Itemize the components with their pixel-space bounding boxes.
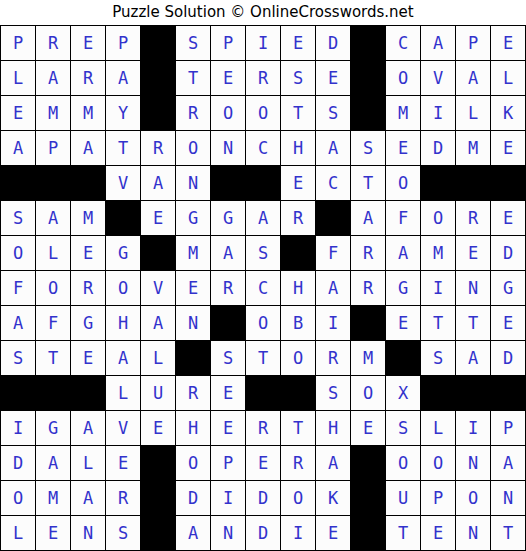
letter-cell-r13c15: A	[491, 446, 525, 480]
letter-cell-r7c12: A	[386, 236, 420, 270]
letter-cell-r9c12: E	[386, 306, 420, 340]
letter-cell-r8c10: A	[316, 271, 350, 305]
letter-cell-r4c1: A	[1, 131, 35, 165]
letter-cell-r3c12: M	[386, 96, 420, 130]
letter-cell-r7c10: F	[316, 236, 350, 270]
letter-cell-r8c2: O	[36, 271, 70, 305]
letter-cell-r13c12: O	[386, 446, 420, 480]
letter-cell-r12c14: I	[456, 411, 490, 445]
letter-cell-r7c4: G	[106, 236, 140, 270]
letter-cell-r6c8: A	[246, 201, 280, 235]
letter-cell-r11c5: U	[141, 376, 175, 410]
letter-cell-r5c9: E	[281, 166, 315, 200]
letter-cell-r9c9: B	[281, 306, 315, 340]
letter-cell-r10c1: S	[1, 341, 35, 375]
letter-cell-r9c10: I	[316, 306, 350, 340]
letter-cell-r8c12: G	[386, 271, 420, 305]
letter-cell-r3c13: I	[421, 96, 455, 130]
letter-cell-r12c9: T	[281, 411, 315, 445]
letter-cell-r14c3: A	[71, 481, 105, 515]
black-cell-r10c6	[176, 341, 210, 375]
black-cell-r6c4	[106, 201, 140, 235]
letter-cell-r12c1: I	[1, 411, 35, 445]
letter-cell-r12c6: H	[176, 411, 210, 445]
letter-cell-r8c13: I	[421, 271, 455, 305]
black-cell-r14c11	[351, 481, 385, 515]
letter-cell-r12c7: E	[211, 411, 245, 445]
black-cell-r5c1	[1, 166, 35, 200]
letter-cell-r10c10: R	[316, 341, 350, 375]
letter-cell-r13c4: E	[106, 446, 140, 480]
letter-cell-r12c2: G	[36, 411, 70, 445]
letter-cell-r5c10: C	[316, 166, 350, 200]
letter-cell-r6c14: R	[456, 201, 490, 235]
black-cell-r5c14	[456, 166, 490, 200]
letter-cell-r10c15: D	[491, 341, 525, 375]
letter-cell-r6c12: F	[386, 201, 420, 235]
letter-cell-r8c5: V	[141, 271, 175, 305]
letter-cell-r10c11: M	[351, 341, 385, 375]
black-cell-r11c14	[456, 376, 490, 410]
letter-cell-r8c11: R	[351, 271, 385, 305]
letter-cell-r14c2: M	[36, 481, 70, 515]
letter-cell-r12c8: R	[246, 411, 280, 445]
letter-cell-r11c7: E	[211, 376, 245, 410]
letter-cell-r4c4: T	[106, 131, 140, 165]
black-cell-r9c11	[351, 306, 385, 340]
letter-cell-r9c15: E	[491, 306, 525, 340]
letter-cell-r1c12: C	[386, 26, 420, 60]
letter-cell-r8c15: G	[491, 271, 525, 305]
crossword-grid: PREPSPIEDCAPELARATERSEOVALEMMYROOTSMILKA…	[0, 25, 526, 551]
letter-cell-r7c2: L	[36, 236, 70, 270]
letter-cell-r1c3: E	[71, 26, 105, 60]
letter-cell-r3c15: K	[491, 96, 525, 130]
black-cell-r1c11	[351, 26, 385, 60]
letter-cell-r6c15: E	[491, 201, 525, 235]
letter-cell-r15c10: E	[316, 516, 350, 550]
black-cell-r11c9	[281, 376, 315, 410]
letter-cell-r14c1: O	[1, 481, 35, 515]
letter-cell-r11c10: S	[316, 376, 350, 410]
black-cell-r13c5	[141, 446, 175, 480]
letter-cell-r8c7: R	[211, 271, 245, 305]
letter-cell-r5c6: N	[176, 166, 210, 200]
letter-cell-r12c15: P	[491, 411, 525, 445]
letter-cell-r2c3: R	[71, 61, 105, 95]
letter-cell-r13c3: L	[71, 446, 105, 480]
letter-cell-r9c6: N	[176, 306, 210, 340]
letter-cell-r13c9: R	[281, 446, 315, 480]
letter-cell-r4c5: R	[141, 131, 175, 165]
letter-cell-r15c4: S	[106, 516, 140, 550]
letter-cell-r14c12: U	[386, 481, 420, 515]
letter-cell-r9c13: T	[421, 306, 455, 340]
letter-cell-r3c3: M	[71, 96, 105, 130]
letter-cell-r9c3: G	[71, 306, 105, 340]
letter-cell-r9c8: O	[246, 306, 280, 340]
letter-cell-r2c10: E	[316, 61, 350, 95]
letter-cell-r15c15: T	[491, 516, 525, 550]
black-cell-r5c15	[491, 166, 525, 200]
letter-cell-r3c2: M	[36, 96, 70, 130]
letter-cell-r6c13: O	[421, 201, 455, 235]
letter-cell-r3c4: Y	[106, 96, 140, 130]
letter-cell-r6c5: E	[141, 201, 175, 235]
letter-cell-r3c8: O	[246, 96, 280, 130]
letter-cell-r8c3: R	[71, 271, 105, 305]
letter-cell-r12c13: L	[421, 411, 455, 445]
letter-cell-r11c11: O	[351, 376, 385, 410]
letter-cell-r12c5: E	[141, 411, 175, 445]
letter-cell-r12c10: H	[316, 411, 350, 445]
letter-cell-r3c6: R	[176, 96, 210, 130]
black-cell-r15c5	[141, 516, 175, 550]
letter-cell-r1c15: E	[491, 26, 525, 60]
letter-cell-r10c8: T	[246, 341, 280, 375]
letter-cell-r4c3: A	[71, 131, 105, 165]
letter-cell-r1c2: R	[36, 26, 70, 60]
letter-cell-r10c3: E	[71, 341, 105, 375]
letter-cell-r7c14: E	[456, 236, 490, 270]
letter-cell-r2c15: L	[491, 61, 525, 95]
letter-cell-r10c9: O	[281, 341, 315, 375]
letter-cell-r12c12: S	[386, 411, 420, 445]
letter-cell-r3c9: T	[281, 96, 315, 130]
letter-cell-r4c14: M	[456, 131, 490, 165]
black-cell-r11c3	[71, 376, 105, 410]
letter-cell-r6c3: M	[71, 201, 105, 235]
black-cell-r7c5	[141, 236, 175, 270]
letter-cell-r4c12: E	[386, 131, 420, 165]
letter-cell-r15c6: A	[176, 516, 210, 550]
letter-cell-r5c11: T	[351, 166, 385, 200]
black-cell-r5c3	[71, 166, 105, 200]
letter-cell-r10c13: S	[421, 341, 455, 375]
letter-cell-r6c1: S	[1, 201, 35, 235]
puzzle-page: Puzzle Solution © OnlineCrosswords.net P…	[0, 0, 526, 551]
letter-cell-r11c6: R	[176, 376, 210, 410]
black-cell-r14c5	[141, 481, 175, 515]
black-cell-r5c13	[421, 166, 455, 200]
letter-cell-r6c7: G	[211, 201, 245, 235]
letter-cell-r3c10: S	[316, 96, 350, 130]
letter-cell-r9c5: A	[141, 306, 175, 340]
letter-cell-r5c12: O	[386, 166, 420, 200]
letter-cell-r8c9: H	[281, 271, 315, 305]
letter-cell-r12c4: V	[106, 411, 140, 445]
letter-cell-r6c2: A	[36, 201, 70, 235]
letter-cell-r15c12: T	[386, 516, 420, 550]
black-cell-r15c11	[351, 516, 385, 550]
letter-cell-r4c2: P	[36, 131, 70, 165]
letter-cell-r7c15: D	[491, 236, 525, 270]
black-cell-r2c11	[351, 61, 385, 95]
letter-cell-r5c5: A	[141, 166, 175, 200]
letter-cell-r15c8: D	[246, 516, 280, 550]
black-cell-r10c12	[386, 341, 420, 375]
letter-cell-r10c5: L	[141, 341, 175, 375]
letter-cell-r2c4: A	[106, 61, 140, 95]
letter-cell-r9c4: H	[106, 306, 140, 340]
letter-cell-r11c12: X	[386, 376, 420, 410]
black-cell-r9c7	[211, 306, 245, 340]
letter-cell-r14c15: N	[491, 481, 525, 515]
letter-cell-r12c3: A	[71, 411, 105, 445]
letter-cell-r1c8: I	[246, 26, 280, 60]
letter-cell-r3c14: L	[456, 96, 490, 130]
black-cell-r2c5	[141, 61, 175, 95]
black-cell-r5c8	[246, 166, 280, 200]
letter-cell-r1c10: D	[316, 26, 350, 60]
letter-cell-r2c12: O	[386, 61, 420, 95]
letter-cell-r13c1: D	[1, 446, 35, 480]
letter-cell-r15c2: E	[36, 516, 70, 550]
letter-cell-r7c13: M	[421, 236, 455, 270]
letter-cell-r8c8: C	[246, 271, 280, 305]
letter-cell-r2c2: A	[36, 61, 70, 95]
letter-cell-r8c1: F	[1, 271, 35, 305]
letter-cell-r15c13: E	[421, 516, 455, 550]
black-cell-r13c11	[351, 446, 385, 480]
letter-cell-r4c11: S	[351, 131, 385, 165]
black-cell-r11c13	[421, 376, 455, 410]
letter-cell-r4c8: C	[246, 131, 280, 165]
letter-cell-r13c2: A	[36, 446, 70, 480]
black-cell-r11c8	[246, 376, 280, 410]
black-cell-r6c10	[316, 201, 350, 235]
letter-cell-r14c6: D	[176, 481, 210, 515]
letter-cell-r4c13: D	[421, 131, 455, 165]
letter-cell-r2c8: R	[246, 61, 280, 95]
letter-cell-r2c6: T	[176, 61, 210, 95]
letter-cell-r9c1: A	[1, 306, 35, 340]
letter-cell-r3c1: E	[1, 96, 35, 130]
letter-cell-r6c9: R	[281, 201, 315, 235]
letter-cell-r11c4: L	[106, 376, 140, 410]
letter-cell-r13c13: O	[421, 446, 455, 480]
letter-cell-r12c11: E	[351, 411, 385, 445]
letter-cell-r15c1: L	[1, 516, 35, 550]
black-cell-r11c15	[491, 376, 525, 410]
letter-cell-r10c2: T	[36, 341, 70, 375]
letter-cell-r15c3: N	[71, 516, 105, 550]
letter-cell-r2c14: A	[456, 61, 490, 95]
letter-cell-r2c1: L	[1, 61, 35, 95]
letter-cell-r14c13: P	[421, 481, 455, 515]
black-cell-r5c7	[211, 166, 245, 200]
letter-cell-r4c10: A	[316, 131, 350, 165]
letter-cell-r13c6: O	[176, 446, 210, 480]
letter-cell-r3c7: O	[211, 96, 245, 130]
letter-cell-r2c13: V	[421, 61, 455, 95]
letter-cell-r2c9: S	[281, 61, 315, 95]
letter-cell-r7c7: A	[211, 236, 245, 270]
black-cell-r1c5	[141, 26, 175, 60]
letter-cell-r15c9: I	[281, 516, 315, 550]
letter-cell-r8c14: N	[456, 271, 490, 305]
letter-cell-r1c13: A	[421, 26, 455, 60]
letter-cell-r6c11: A	[351, 201, 385, 235]
letter-cell-r4c9: H	[281, 131, 315, 165]
letter-cell-r10c7: S	[211, 341, 245, 375]
letter-cell-r4c7: N	[211, 131, 245, 165]
letter-cell-r14c9: O	[281, 481, 315, 515]
letter-cell-r7c8: S	[246, 236, 280, 270]
black-cell-r3c11	[351, 96, 385, 130]
black-cell-r7c9	[281, 236, 315, 270]
letter-cell-r14c10: K	[316, 481, 350, 515]
letter-cell-r13c8: E	[246, 446, 280, 480]
letter-cell-r7c11: R	[351, 236, 385, 270]
letter-cell-r8c6: E	[176, 271, 210, 305]
letter-cell-r14c8: D	[246, 481, 280, 515]
letter-cell-r1c4: P	[106, 26, 140, 60]
letter-cell-r7c1: O	[1, 236, 35, 270]
letter-cell-r9c14: T	[456, 306, 490, 340]
black-cell-r11c2	[36, 376, 70, 410]
letter-cell-r10c14: A	[456, 341, 490, 375]
letter-cell-r6c6: G	[176, 201, 210, 235]
black-cell-r11c1	[1, 376, 35, 410]
letter-cell-r1c14: P	[456, 26, 490, 60]
black-cell-r3c5	[141, 96, 175, 130]
letter-cell-r10c4: A	[106, 341, 140, 375]
letter-cell-r1c6: S	[176, 26, 210, 60]
letter-cell-r13c14: N	[456, 446, 490, 480]
letter-cell-r1c1: P	[1, 26, 35, 60]
letter-cell-r9c2: F	[36, 306, 70, 340]
letter-cell-r7c6: M	[176, 236, 210, 270]
letter-cell-r14c4: R	[106, 481, 140, 515]
letter-cell-r13c7: P	[211, 446, 245, 480]
letter-cell-r5c4: V	[106, 166, 140, 200]
letter-cell-r1c9: E	[281, 26, 315, 60]
letter-cell-r4c15: E	[491, 131, 525, 165]
letter-cell-r7c3: E	[71, 236, 105, 270]
letter-cell-r14c7: I	[211, 481, 245, 515]
letter-cell-r8c4: O	[106, 271, 140, 305]
letter-cell-r4c6: O	[176, 131, 210, 165]
letter-cell-r1c7: P	[211, 26, 245, 60]
letter-cell-r13c10: A	[316, 446, 350, 480]
black-cell-r5c2	[36, 166, 70, 200]
letter-cell-r2c7: E	[211, 61, 245, 95]
letter-cell-r15c7: N	[211, 516, 245, 550]
letter-cell-r15c14: N	[456, 516, 490, 550]
letter-cell-r14c14: O	[456, 481, 490, 515]
page-title: Puzzle Solution © OnlineCrosswords.net	[0, 0, 526, 25]
